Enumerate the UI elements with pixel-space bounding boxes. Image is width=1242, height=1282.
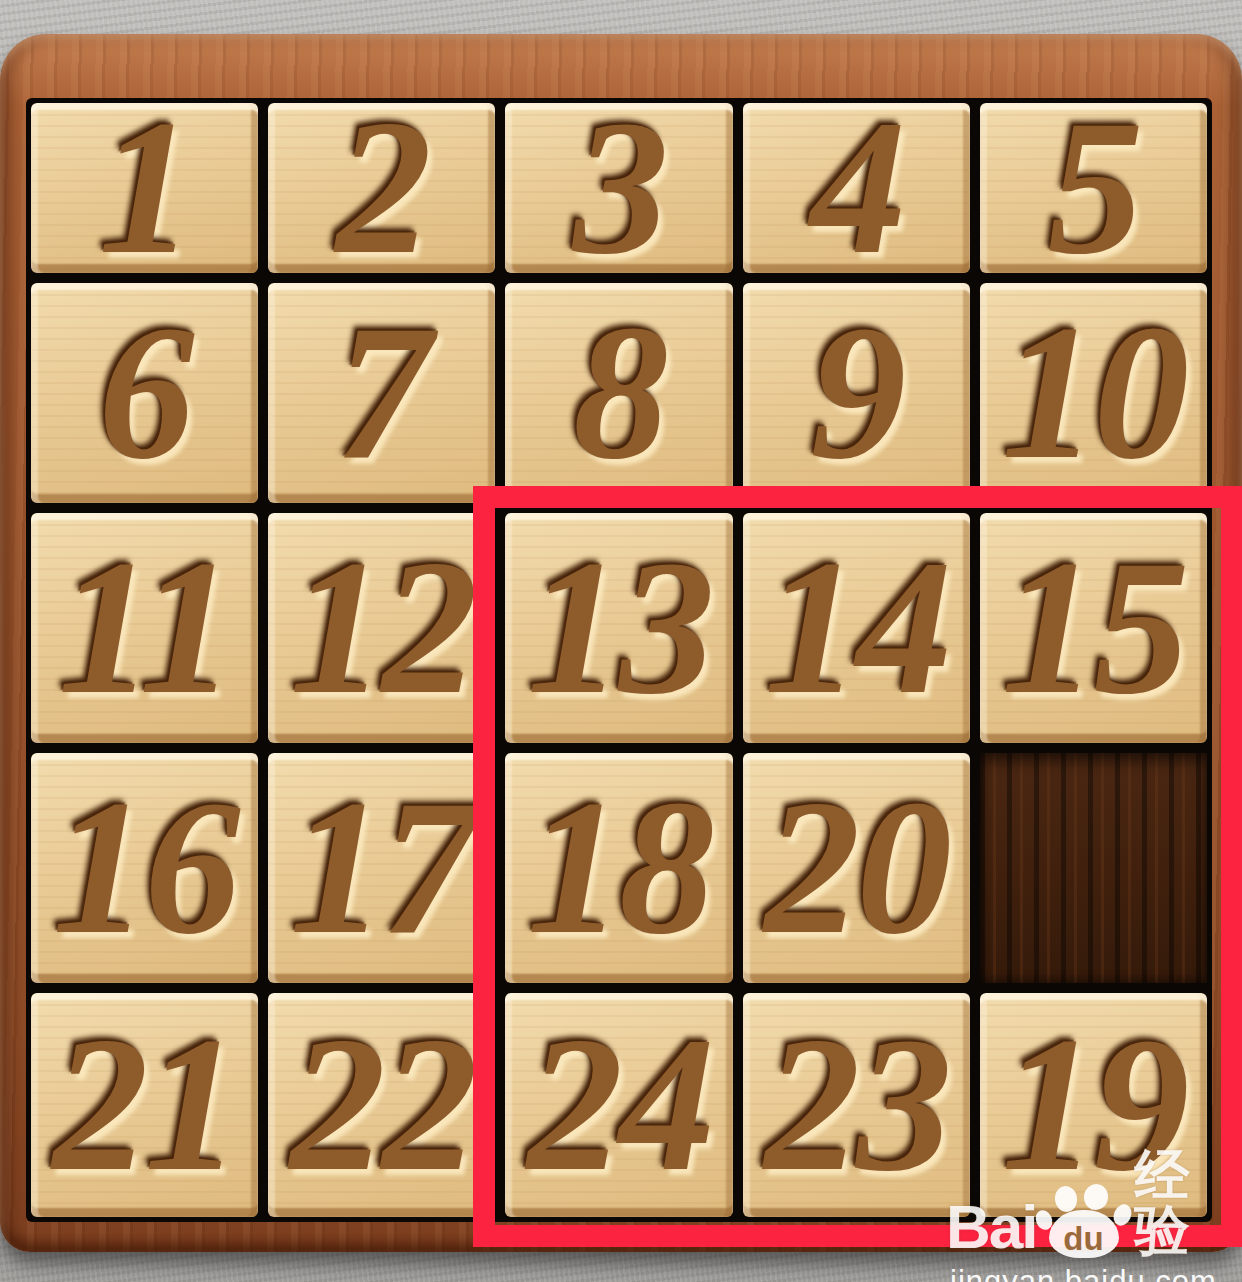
tile-1[interactable]: 1 — [31, 103, 258, 273]
paw-toe-icon — [1083, 1182, 1110, 1211]
tile-number: 6 — [99, 297, 191, 489]
baidu-watermark: Bai du 经验 jingyan.baidu.com — [946, 1148, 1242, 1282]
baidu-paw-icon: du — [1038, 1184, 1128, 1258]
tile-number: 16 — [53, 772, 237, 964]
tile-11[interactable]: 11 — [31, 513, 258, 743]
tile-10[interactable]: 10 — [980, 283, 1207, 503]
tile-4[interactable]: 4 — [743, 103, 970, 273]
tile-number: 5 — [1047, 92, 1139, 284]
tile-number: 7 — [336, 297, 428, 489]
tile-9[interactable]: 9 — [743, 283, 970, 503]
tile-17[interactable]: 17 — [268, 753, 495, 983]
tile-number: 4 — [810, 92, 902, 284]
screenshot-root: 123456789101112131415161718202122242319 … — [0, 0, 1242, 1282]
paw-toe-icon — [1054, 1185, 1079, 1214]
baidu-logo-bai-text: Bai — [946, 1196, 1036, 1258]
tile-5[interactable]: 5 — [980, 103, 1207, 273]
tile-number: 2 — [336, 92, 428, 284]
tile-number: 10 — [1001, 297, 1185, 489]
tile-2[interactable]: 2 — [268, 103, 495, 273]
tile-number: 9 — [810, 297, 902, 489]
tile-number: 21 — [53, 1009, 237, 1201]
tile-6[interactable]: 6 — [31, 283, 258, 503]
tile-number: 11 — [58, 532, 231, 724]
tile-12[interactable]: 12 — [268, 513, 495, 743]
tile-3[interactable]: 3 — [505, 103, 732, 273]
tile-number: 12 — [290, 532, 474, 724]
red-highlight-rectangle — [473, 486, 1242, 1247]
tile-number: 3 — [573, 92, 665, 284]
tile-number: 8 — [573, 297, 665, 489]
tile-21[interactable]: 21 — [31, 993, 258, 1217]
tile-number: 22 — [290, 1009, 474, 1201]
baidu-logo: Bai du 经验 — [946, 1148, 1242, 1258]
baidu-logo-du-text: du — [1063, 1222, 1103, 1255]
tile-16[interactable]: 16 — [31, 753, 258, 983]
tile-number: 1 — [99, 92, 191, 284]
baidu-watermark-url: jingyan.baidu.com — [950, 1264, 1242, 1282]
tile-22[interactable]: 22 — [268, 993, 495, 1217]
tile-8[interactable]: 8 — [505, 283, 732, 503]
tile-7[interactable]: 7 — [268, 283, 495, 503]
tile-number: 17 — [290, 772, 474, 964]
baidu-logo-jingyan-text: 经验 — [1134, 1148, 1242, 1258]
